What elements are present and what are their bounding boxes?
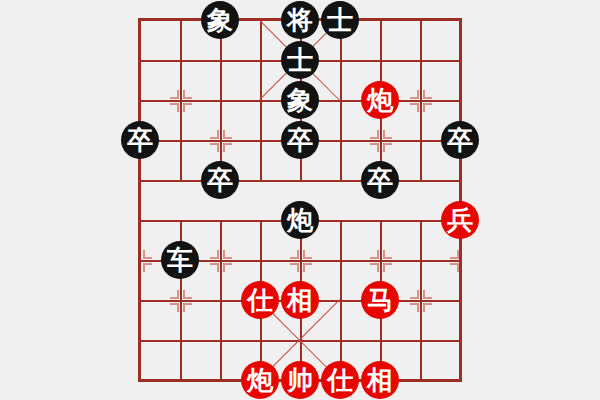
board-cell bbox=[140, 340, 180, 380]
board-cell bbox=[180, 100, 220, 140]
board-cell bbox=[140, 60, 180, 100]
black-chariot[interactable]: 车 bbox=[161, 241, 199, 279]
board-cell bbox=[140, 300, 180, 340]
board-cell bbox=[180, 340, 220, 380]
red-horse[interactable]: 马 bbox=[361, 281, 399, 319]
board-cell bbox=[420, 300, 460, 340]
board-cell bbox=[420, 260, 460, 300]
red-soldier[interactable]: 兵 bbox=[441, 201, 479, 239]
black-soldier[interactable]: 卒 bbox=[121, 121, 159, 159]
board-cell bbox=[180, 300, 220, 340]
black-advisor[interactable]: 士 bbox=[281, 41, 319, 79]
xiangqi-board[interactable]: 象将士士象炮卒卒卒卒卒炮兵车仕相马炮帅仕相 bbox=[140, 20, 460, 380]
red-advisor[interactable]: 仕 bbox=[321, 361, 359, 399]
red-general[interactable]: 帅 bbox=[281, 361, 319, 399]
board-cell bbox=[420, 20, 460, 60]
xiangqi-app: 象将士士象炮卒卒卒卒卒炮兵车仕相马炮帅仕相 bbox=[0, 0, 600, 400]
board-cell bbox=[340, 220, 380, 260]
red-cannon[interactable]: 炮 bbox=[241, 361, 279, 399]
board-cell bbox=[420, 60, 460, 100]
black-soldier[interactable]: 卒 bbox=[361, 161, 399, 199]
black-general[interactable]: 将 bbox=[281, 1, 319, 39]
red-advisor[interactable]: 仕 bbox=[241, 281, 279, 319]
black-soldier[interactable]: 卒 bbox=[281, 121, 319, 159]
black-elephant[interactable]: 象 bbox=[281, 81, 319, 119]
black-advisor[interactable]: 士 bbox=[321, 1, 359, 39]
board-cell bbox=[140, 180, 180, 220]
board-cell bbox=[220, 220, 260, 260]
board-cell bbox=[420, 340, 460, 380]
board-cell bbox=[140, 20, 180, 60]
board-cell bbox=[380, 20, 420, 60]
black-soldier[interactable]: 卒 bbox=[201, 161, 239, 199]
red-elephant[interactable]: 相 bbox=[281, 281, 319, 319]
board-cell bbox=[180, 60, 220, 100]
black-elephant[interactable]: 象 bbox=[201, 1, 239, 39]
board-cell bbox=[220, 60, 260, 100]
red-elephant[interactable]: 相 bbox=[361, 361, 399, 399]
red-cannon[interactable]: 炮 bbox=[361, 81, 399, 119]
black-cannon[interactable]: 炮 bbox=[281, 201, 319, 239]
board-cell bbox=[220, 100, 260, 140]
board-cell bbox=[380, 220, 420, 260]
black-soldier[interactable]: 卒 bbox=[441, 121, 479, 159]
